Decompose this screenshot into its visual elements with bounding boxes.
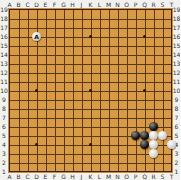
- coord-bottom-O: O: [122, 173, 131, 180]
- coord-left-3: 3: [0, 150, 8, 157]
- coord-left-7: 7: [0, 114, 8, 121]
- black-stone-P5: [131, 131, 140, 140]
- coord-right-8: 8: [173, 105, 181, 112]
- coord-left-14: 14: [0, 51, 8, 58]
- star-point-D10: [35, 89, 38, 92]
- grid-line-vertical: [136, 10, 137, 171]
- white-stone-T4: [167, 140, 176, 149]
- grid-line-horizontal: [10, 118, 171, 119]
- coord-right-11: 11: [173, 78, 181, 85]
- coord-left-17: 17: [0, 24, 8, 31]
- coord-right-16: 16: [173, 33, 181, 40]
- grid-line-horizontal: [10, 154, 171, 155]
- coord-right-13: 13: [173, 60, 181, 67]
- coord-top-F: F: [50, 1, 59, 8]
- coord-top-K: K: [86, 1, 95, 8]
- coord-right-2: 2: [173, 159, 181, 166]
- black-stone-R6: [149, 122, 158, 131]
- coord-right-9: 9: [173, 96, 181, 103]
- coord-right-18: 18: [173, 15, 181, 22]
- coord-left-4: 4: [0, 141, 8, 148]
- coord-top-N: N: [113, 1, 122, 8]
- grid-line-vertical: [109, 10, 110, 171]
- coord-bottom-Q: Q: [140, 173, 149, 180]
- coord-right-17: 17: [173, 24, 181, 31]
- grid-line-vertical: [163, 10, 164, 171]
- coord-left-13: 13: [0, 60, 8, 67]
- white-stone-R3: [149, 149, 158, 158]
- go-app: AABBCCDDEEFFGGHHJJKKLLMMNNOOPPQQRRSSTT19…: [0, 0, 180, 180]
- coord-bottom-K: K: [86, 173, 95, 180]
- grid-line-vertical: [118, 10, 119, 171]
- stone-label-D16: A: [34, 32, 39, 41]
- coord-top-G: G: [59, 1, 68, 8]
- star-point-K4: [89, 143, 92, 146]
- coord-top-R: R: [149, 1, 158, 8]
- coord-right-6: 6: [173, 123, 181, 130]
- coord-top-E: E: [41, 1, 50, 8]
- grid-line-horizontal: [10, 100, 171, 101]
- coord-bottom-H: H: [68, 173, 77, 180]
- coord-bottom-P: P: [131, 173, 140, 180]
- white-stone-R5: [149, 131, 158, 140]
- coord-top-D: D: [32, 1, 41, 8]
- coord-left-5: 5: [0, 132, 8, 139]
- coord-bottom-G: G: [59, 173, 68, 180]
- coord-top-L: L: [95, 1, 104, 8]
- coord-left-18: 18: [0, 15, 8, 22]
- coord-top-B: B: [14, 1, 23, 8]
- star-point-D4: [35, 143, 38, 146]
- grid-line-horizontal: [10, 109, 171, 110]
- coord-bottom-L: L: [95, 173, 104, 180]
- coord-top-C: C: [23, 1, 32, 8]
- white-stone-S5: [158, 131, 167, 140]
- white-stone-R4: [149, 140, 158, 149]
- grid-line-horizontal: [10, 163, 171, 164]
- coord-bottom-C: C: [23, 173, 32, 180]
- star-point-Q16: [143, 35, 146, 38]
- coord-bottom-B: B: [14, 173, 23, 180]
- coord-top-Q: Q: [140, 1, 149, 8]
- grid-line-horizontal: [10, 127, 171, 128]
- grid-line-vertical: [127, 10, 128, 171]
- star-point-K10: [89, 89, 92, 92]
- coord-left-2: 2: [0, 159, 8, 166]
- white-stone-D16: A: [32, 32, 41, 41]
- coord-right-7: 7: [173, 114, 181, 121]
- coord-left-11: 11: [0, 78, 8, 85]
- coord-left-15: 15: [0, 42, 8, 49]
- coord-left-6: 6: [0, 123, 8, 130]
- coord-right-10: 10: [173, 87, 181, 94]
- coord-left-1: 1: [0, 168, 8, 175]
- coord-top-H: H: [68, 1, 77, 8]
- coord-bottom-J: J: [77, 173, 86, 180]
- coord-left-9: 9: [0, 96, 8, 103]
- coord-left-10: 10: [0, 87, 8, 94]
- coord-right-12: 12: [173, 69, 181, 76]
- coord-left-12: 12: [0, 69, 8, 76]
- coord-top-O: O: [122, 1, 131, 8]
- coord-right-19: 19: [173, 6, 181, 13]
- coord-top-J: J: [77, 1, 86, 8]
- coord-bottom-E: E: [41, 173, 50, 180]
- coord-right-1: 1: [173, 168, 181, 175]
- coord-bottom-S: S: [158, 173, 167, 180]
- coord-right-5: 5: [173, 132, 181, 139]
- coord-top-M: M: [104, 1, 113, 8]
- star-point-K16: [89, 35, 92, 38]
- star-point-Q10: [143, 89, 146, 92]
- coord-left-8: 8: [0, 105, 8, 112]
- coord-right-3: 3: [173, 150, 181, 157]
- coord-top-P: P: [131, 1, 140, 8]
- coord-right-15: 15: [173, 42, 181, 49]
- coord-bottom-F: F: [50, 173, 59, 180]
- black-stone-Q5: [140, 131, 149, 140]
- coord-right-14: 14: [173, 51, 181, 58]
- grid-line-vertical: [100, 10, 101, 171]
- coord-top-S: S: [158, 1, 167, 8]
- coord-bottom-N: N: [113, 173, 122, 180]
- coord-bottom-M: M: [104, 173, 113, 180]
- coord-left-19: 19: [0, 6, 8, 13]
- coord-bottom-R: R: [149, 173, 158, 180]
- black-stone-Q4: [140, 140, 149, 149]
- coord-left-16: 16: [0, 33, 8, 40]
- coord-bottom-D: D: [32, 173, 41, 180]
